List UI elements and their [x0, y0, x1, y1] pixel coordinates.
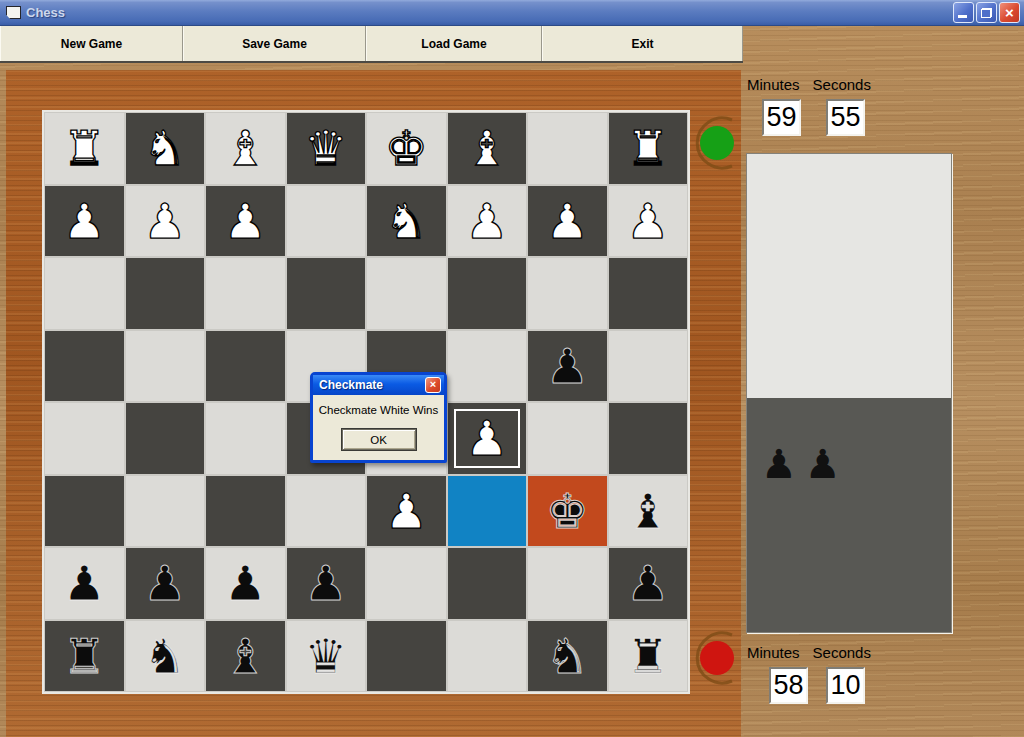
- top-clock-labels: Minutes Seconds: [747, 76, 871, 93]
- square-g5[interactable]: [528, 403, 607, 474]
- black-bishop-piece: ♝: [224, 632, 267, 680]
- captured-black-pawn: ♟: [761, 444, 797, 632]
- captured-pieces-tray: ♟♟: [746, 153, 952, 633]
- black-pawn-piece: ♟: [546, 342, 589, 390]
- square-f7[interactable]: [448, 548, 527, 619]
- square-d6[interactable]: [287, 476, 366, 547]
- square-h8[interactable]: ♜: [609, 621, 688, 692]
- square-b3[interactable]: [126, 258, 205, 329]
- close-icon: ×: [1005, 5, 1014, 20]
- save-game-button[interactable]: Save Game: [183, 26, 366, 61]
- captured-black-pawn: ♟: [805, 444, 841, 632]
- black-knight-piece: ♞: [546, 632, 589, 680]
- square-g6[interactable]: ♚: [528, 476, 607, 547]
- square-f5[interactable]: ♟: [448, 403, 527, 474]
- black-rook-piece: ♜: [63, 632, 106, 680]
- square-g7[interactable]: [528, 548, 607, 619]
- black-pawn-piece: ♟: [63, 559, 106, 607]
- black-rook-piece: ♜: [626, 632, 669, 680]
- black-knight-piece: ♞: [143, 632, 186, 680]
- title-bar: Chess ×: [0, 0, 1024, 26]
- black-captures-tray: ♟♟: [747, 398, 951, 632]
- menu-bar: New Game Save Game Load Game Exit: [0, 26, 743, 63]
- square-a4[interactable]: [45, 331, 124, 402]
- square-d2[interactable]: [287, 186, 366, 257]
- white-pawn-piece: ♟: [143, 197, 186, 245]
- square-a6[interactable]: [45, 476, 124, 547]
- square-f2[interactable]: ♟: [448, 186, 527, 257]
- square-b8[interactable]: ♞: [126, 621, 205, 692]
- white-queen-piece: ♛: [304, 124, 347, 172]
- minimize-button[interactable]: [953, 2, 974, 23]
- dialog-title-bar: Checkmate ×: [313, 375, 444, 395]
- top-minutes-label: Minutes: [747, 76, 800, 93]
- white-king-piece: ♚: [385, 124, 428, 172]
- white-captures-tray: [747, 154, 951, 398]
- white-pawn-piece: ♟: [385, 487, 428, 535]
- square-c2[interactable]: ♟: [206, 186, 285, 257]
- bottom-clock-labels: Minutes Seconds: [747, 644, 871, 661]
- bottom-seconds-value: 10: [826, 667, 865, 704]
- dialog-close-button[interactable]: ×: [425, 377, 441, 393]
- square-c3[interactable]: [206, 258, 285, 329]
- square-h4[interactable]: [609, 331, 688, 402]
- black-queen-piece: ♛: [304, 632, 347, 680]
- square-f6[interactable]: [448, 476, 527, 547]
- square-b4[interactable]: [126, 331, 205, 402]
- square-h2[interactable]: ♟: [609, 186, 688, 257]
- top-minutes-value: 59: [762, 99, 801, 136]
- white-pawn-piece: ♟: [465, 197, 508, 245]
- chess-app-window: Chess × New Game Save Game Load Game Exi…: [0, 0, 1024, 737]
- square-g2[interactable]: ♟: [528, 186, 607, 257]
- white-pawn-piece: ♟: [465, 414, 508, 462]
- square-b5[interactable]: [126, 403, 205, 474]
- dialog-close-icon: ×: [430, 378, 436, 390]
- square-d1[interactable]: ♛: [287, 113, 366, 184]
- top-seconds-label: Seconds: [813, 76, 871, 93]
- square-h7[interactable]: ♟: [609, 548, 688, 619]
- white-rook-piece: ♜: [626, 124, 669, 172]
- load-game-button[interactable]: Load Game: [366, 26, 542, 61]
- square-d8[interactable]: ♛: [287, 621, 366, 692]
- square-c1[interactable]: ♝: [206, 113, 285, 184]
- square-b7[interactable]: ♟: [126, 548, 205, 619]
- ok-button[interactable]: OK: [342, 429, 416, 450]
- square-h1[interactable]: ♜: [609, 113, 688, 184]
- top-seconds-value: 55: [826, 99, 865, 136]
- bottom-seconds-label: Seconds: [813, 644, 871, 661]
- square-b1[interactable]: ♞: [126, 113, 205, 184]
- white-bishop-piece: ♝: [465, 124, 508, 172]
- square-e7[interactable]: [367, 548, 446, 619]
- square-f1[interactable]: ♝: [448, 113, 527, 184]
- black-pawn-piece: ♟: [304, 559, 347, 607]
- square-f8[interactable]: [448, 621, 527, 692]
- square-a1[interactable]: ♜: [45, 113, 124, 184]
- bottom-minutes-value: 58: [769, 667, 808, 704]
- square-d3[interactable]: [287, 258, 366, 329]
- dialog-title: Checkmate: [319, 378, 425, 392]
- square-f3[interactable]: [448, 258, 527, 329]
- square-e2[interactable]: ♞: [367, 186, 446, 257]
- red-light: [690, 627, 742, 689]
- white-pawn-piece: ♟: [546, 197, 589, 245]
- black-pawn-piece: ♟: [626, 559, 669, 607]
- square-e3[interactable]: [367, 258, 446, 329]
- square-a7[interactable]: ♟: [45, 548, 124, 619]
- black-pawn-piece: ♟: [224, 559, 267, 607]
- restore-button[interactable]: [976, 2, 997, 23]
- square-b2[interactable]: ♟: [126, 186, 205, 257]
- square-a5[interactable]: [45, 403, 124, 474]
- green-light: [690, 112, 742, 174]
- minimize-icon: [958, 15, 967, 18]
- window-title: Chess: [26, 5, 65, 20]
- square-h5[interactable]: [609, 403, 688, 474]
- square-g1[interactable]: [528, 113, 607, 184]
- square-f4[interactable]: [448, 331, 527, 402]
- black-pawn-piece: ♟: [143, 559, 186, 607]
- white-pawn-piece: ♟: [224, 197, 267, 245]
- square-g4[interactable]: ♟: [528, 331, 607, 402]
- white-rook-piece: ♜: [63, 124, 106, 172]
- white-knight-piece: ♞: [143, 124, 186, 172]
- new-game-button[interactable]: New Game: [0, 26, 183, 61]
- square-a2[interactable]: ♟: [45, 186, 124, 257]
- exit-button[interactable]: Exit: [542, 26, 743, 61]
- square-c4[interactable]: [206, 331, 285, 402]
- black-bishop-piece: ♝: [626, 487, 669, 535]
- close-button[interactable]: ×: [999, 2, 1020, 23]
- app-icon: [6, 6, 21, 19]
- white-knight-piece: ♞: [385, 197, 428, 245]
- square-c6[interactable]: [206, 476, 285, 547]
- square-h3[interactable]: [609, 258, 688, 329]
- restore-icon: [981, 8, 992, 18]
- square-e8[interactable]: [367, 621, 446, 692]
- square-a3[interactable]: [45, 258, 124, 329]
- square-c5[interactable]: [206, 403, 285, 474]
- square-g8[interactable]: ♞: [528, 621, 607, 692]
- square-c8[interactable]: ♝: [206, 621, 285, 692]
- dialog-message: Checkmate White Wins: [317, 404, 440, 416]
- square-g3[interactable]: [528, 258, 607, 329]
- black-king-piece: ♚: [546, 487, 589, 535]
- square-c7[interactable]: ♟: [206, 548, 285, 619]
- square-a8[interactable]: ♜: [45, 621, 124, 692]
- square-b6[interactable]: [126, 476, 205, 547]
- square-d7[interactable]: ♟: [287, 548, 366, 619]
- square-e6[interactable]: ♟: [367, 476, 446, 547]
- bottom-minutes-label: Minutes: [747, 644, 800, 661]
- square-h6[interactable]: ♝: [609, 476, 688, 547]
- square-e1[interactable]: ♚: [367, 113, 446, 184]
- white-pawn-piece: ♟: [626, 197, 669, 245]
- white-pawn-piece: ♟: [63, 197, 106, 245]
- checkmate-dialog: Checkmate × Checkmate White Wins OK: [310, 372, 447, 463]
- white-bishop-piece: ♝: [224, 124, 267, 172]
